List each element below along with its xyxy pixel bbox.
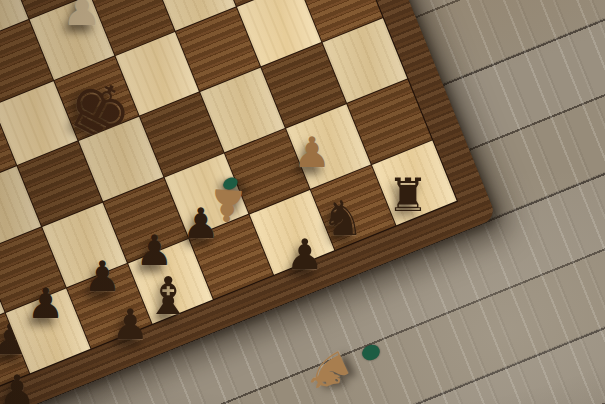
piece-black-rook: ♜ [387,171,428,217]
piece-black-pawn: ♟ [27,283,65,325]
photo-stage: ♟♚♟♟♟♟♟♟♟♟♟♝♟♞♜ ♞ [0,0,605,404]
piece-black-pawn: ♟ [135,229,173,271]
piece-black-pawn: ♟ [286,233,324,275]
piece-white-pawn: ♟ [62,0,101,32]
piece-black-pawn: ♟ [84,256,122,298]
piece-white-pawn: ♟ [293,131,331,173]
piece-black-pawn: ♟ [112,304,150,346]
piece-black-knight: ♞ [321,194,364,242]
piece-black-pawn: ♟ [0,370,36,404]
piece-black-bishop: ♝ [145,269,192,321]
